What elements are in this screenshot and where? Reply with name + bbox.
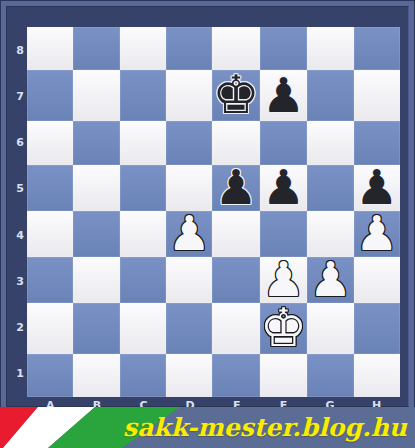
square-d8[interactable] xyxy=(166,27,212,70)
square-b8[interactable] xyxy=(73,27,119,70)
square-b1[interactable] xyxy=(73,354,119,397)
board-frame: 87654321 ABCDEFGH ♚♟♟♟♟♟♟♟♟♚ xyxy=(6,6,409,407)
square-c8[interactable] xyxy=(120,27,166,70)
rank-label-4: 4 xyxy=(13,212,27,258)
square-f5[interactable]: ♟ xyxy=(260,165,308,211)
square-h1[interactable] xyxy=(354,354,400,397)
chess-board: ♚♟♟♟♟♟♟♟♟♚ xyxy=(27,27,400,397)
square-e5[interactable]: ♟ xyxy=(212,165,260,211)
square-a6[interactable] xyxy=(27,121,73,164)
square-f6[interactable] xyxy=(260,121,308,164)
square-e4[interactable] xyxy=(212,211,260,257)
square-a8[interactable] xyxy=(27,27,73,70)
square-h4[interactable]: ♟ xyxy=(354,211,400,257)
square-h5[interactable]: ♟ xyxy=(354,165,400,211)
rank-label-8: 8 xyxy=(13,27,27,73)
square-c1[interactable] xyxy=(120,354,166,397)
square-d6[interactable] xyxy=(166,121,212,164)
rank-label-1: 1 xyxy=(13,351,27,397)
square-c5[interactable] xyxy=(120,165,166,211)
square-b3[interactable] xyxy=(73,257,119,303)
white-pawn: ♟ xyxy=(309,255,352,303)
blog-url[interactable]: sakk-mester.blog.hu xyxy=(123,412,407,441)
square-e3[interactable] xyxy=(212,257,260,303)
square-c6[interactable] xyxy=(120,121,166,164)
square-b5[interactable] xyxy=(73,165,119,211)
square-a2[interactable] xyxy=(27,303,73,354)
square-f8[interactable] xyxy=(260,27,308,70)
square-h6[interactable] xyxy=(354,121,400,164)
white-king: ♚ xyxy=(260,301,308,354)
square-b4[interactable] xyxy=(73,211,119,257)
square-d7[interactable] xyxy=(166,70,212,121)
square-h3[interactable] xyxy=(354,257,400,303)
chess-diagram: 87654321 ABCDEFGH ♚♟♟♟♟♟♟♟♟♚ sakk-mester… xyxy=(0,0,415,448)
square-d5[interactable] xyxy=(166,165,212,211)
square-a4[interactable] xyxy=(27,211,73,257)
white-pawn: ♟ xyxy=(262,255,305,303)
rank-labels: 87654321 xyxy=(13,27,27,397)
square-b7[interactable] xyxy=(73,70,119,121)
black-pawn: ♟ xyxy=(215,163,258,211)
footer-banner: sakk-mester.blog.hu xyxy=(0,407,415,448)
square-e6[interactable] xyxy=(212,121,260,164)
square-f4[interactable] xyxy=(260,211,308,257)
square-f1[interactable] xyxy=(260,354,308,397)
square-d1[interactable] xyxy=(166,354,212,397)
square-a5[interactable] xyxy=(27,165,73,211)
square-c7[interactable] xyxy=(120,70,166,121)
square-g8[interactable] xyxy=(307,27,353,70)
square-g3[interactable]: ♟ xyxy=(307,257,353,303)
black-king: ♚ xyxy=(212,68,260,121)
square-c3[interactable] xyxy=(120,257,166,303)
square-e2[interactable] xyxy=(212,303,260,354)
square-d2[interactable] xyxy=(166,303,212,354)
square-e1[interactable] xyxy=(212,354,260,397)
square-f2[interactable]: ♚ xyxy=(260,303,308,354)
square-e8[interactable] xyxy=(212,27,260,70)
square-h8[interactable] xyxy=(354,27,400,70)
square-g7[interactable] xyxy=(307,70,353,121)
black-pawn: ♟ xyxy=(262,71,305,119)
square-b2[interactable] xyxy=(73,303,119,354)
square-g5[interactable] xyxy=(307,165,353,211)
black-pawn: ♟ xyxy=(355,163,398,211)
square-f7[interactable]: ♟ xyxy=(260,70,308,121)
square-g4[interactable] xyxy=(307,211,353,257)
white-pawn: ♟ xyxy=(355,209,398,257)
square-g1[interactable] xyxy=(307,354,353,397)
square-c2[interactable] xyxy=(120,303,166,354)
square-b6[interactable] xyxy=(73,121,119,164)
rank-label-2: 2 xyxy=(13,305,27,351)
square-g6[interactable] xyxy=(307,121,353,164)
square-d3[interactable] xyxy=(166,257,212,303)
rank-label-6: 6 xyxy=(13,120,27,166)
square-a7[interactable] xyxy=(27,70,73,121)
square-c4[interactable] xyxy=(120,211,166,257)
square-a1[interactable] xyxy=(27,354,73,397)
square-e7[interactable]: ♚ xyxy=(212,70,260,121)
square-d4[interactable]: ♟ xyxy=(166,211,212,257)
square-a3[interactable] xyxy=(27,257,73,303)
white-pawn: ♟ xyxy=(168,209,211,257)
square-f3[interactable]: ♟ xyxy=(260,257,308,303)
square-g2[interactable] xyxy=(307,303,353,354)
square-h2[interactable] xyxy=(354,303,400,354)
rank-label-3: 3 xyxy=(13,258,27,304)
black-pawn: ♟ xyxy=(262,163,305,211)
rank-label-5: 5 xyxy=(13,166,27,212)
rank-label-7: 7 xyxy=(13,73,27,119)
square-h7[interactable] xyxy=(354,70,400,121)
